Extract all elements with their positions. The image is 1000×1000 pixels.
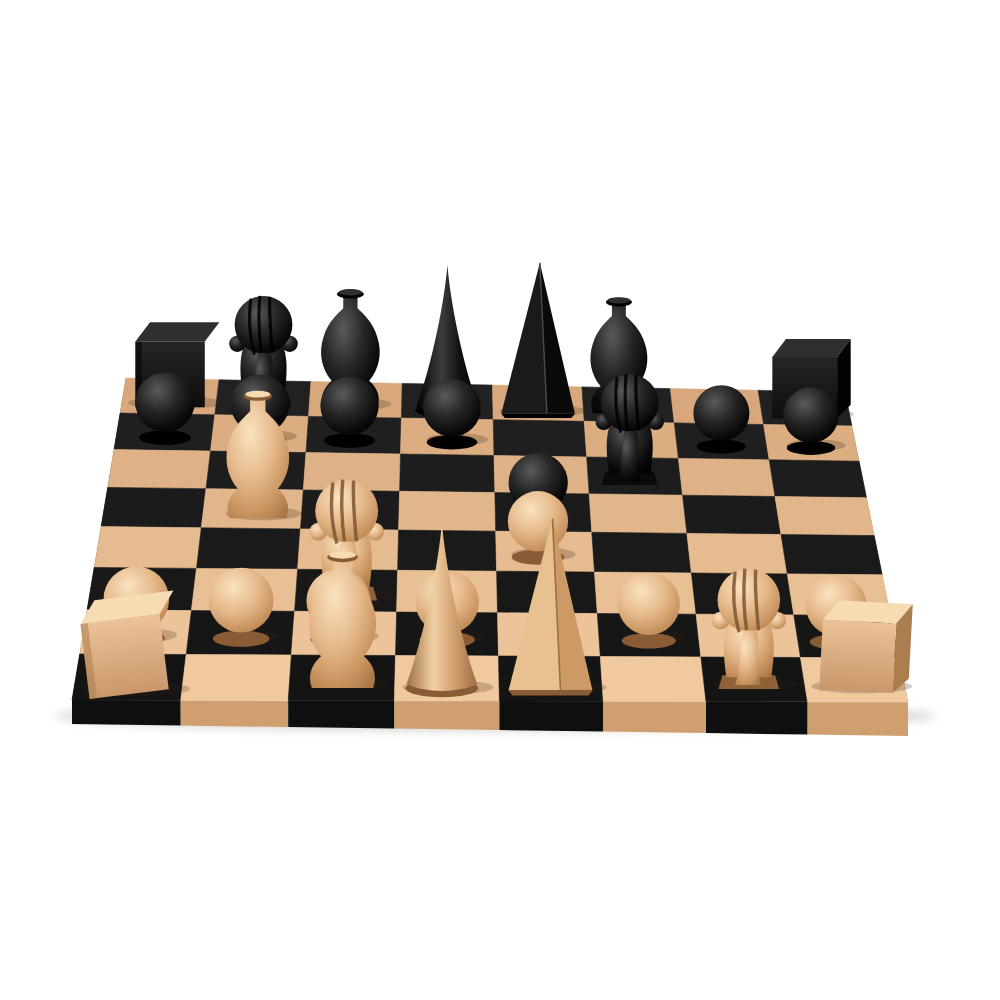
square-g6[interactable] <box>678 458 775 496</box>
piece-black-pawn-a7[interactable] <box>135 373 194 445</box>
board-front-stripe <box>603 701 706 733</box>
square-h5[interactable] <box>775 497 874 536</box>
piece-white-rook-h1[interactable] <box>819 599 913 693</box>
piece-black-pawn-d7[interactable] <box>423 379 481 449</box>
square-b1[interactable] <box>181 655 292 701</box>
square-a6[interactable] <box>108 450 211 489</box>
piece-white-pawn-f2[interactable] <box>618 573 680 649</box>
square-g4[interactable] <box>687 533 787 574</box>
square-b4[interactable] <box>197 528 301 570</box>
board-front-stripe <box>808 702 908 736</box>
square-f1[interactable] <box>600 657 706 702</box>
board-front-stripe <box>72 700 181 726</box>
piece-black-king-e8[interactable] <box>501 263 575 418</box>
piece-white-pawn-b2[interactable] <box>209 568 274 647</box>
square-d5[interactable] <box>399 491 496 531</box>
square-h4[interactable] <box>781 535 882 575</box>
square-g5[interactable] <box>683 495 781 534</box>
chessboard-photo <box>0 0 1000 1000</box>
square-f5[interactable] <box>589 494 687 534</box>
board-front-stripe <box>499 701 603 732</box>
chessboard <box>0 0 1000 1000</box>
board-front-stripe <box>394 701 499 730</box>
piece-black-pawn-h7[interactable] <box>783 387 838 455</box>
square-d6[interactable] <box>400 454 495 493</box>
piece-black-pawn-g7[interactable] <box>693 385 749 453</box>
square-f4[interactable] <box>592 532 692 573</box>
board-front-stripe <box>181 700 289 727</box>
square-a4[interactable] <box>94 527 201 569</box>
square-a5[interactable] <box>101 487 206 527</box>
piece-black-pawn-c7[interactable] <box>320 377 378 448</box>
board-front-stripe <box>706 702 808 735</box>
board-front-stripe <box>288 701 394 729</box>
square-e7[interactable] <box>493 420 587 457</box>
square-h6[interactable] <box>769 460 866 498</box>
